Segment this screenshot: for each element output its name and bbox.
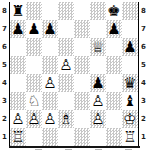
square-h4: ♛	[122, 74, 138, 92]
rank-label: 7	[0, 20, 9, 38]
piece-outline: ♙	[43, 76, 56, 91]
square-h2: ♚♔	[122, 110, 138, 128]
piece-glyph: ♜	[11, 4, 24, 19]
square-f4: ♟	[90, 74, 106, 92]
rank-label: 8	[0, 2, 9, 20]
piece-glyph: ♚	[107, 4, 120, 19]
square-e5	[74, 56, 90, 74]
square-b3: ♞♘	[26, 92, 42, 110]
chess-diagram: 87654321 ♜♚♟♟♟♟♛♕♟♟♙♟♙♟♛♞♘♟♙♝♟♙♟♙♟♙♝♗♟♙♚…	[0, 0, 150, 150]
piece-glyph: ♟	[27, 22, 40, 37]
square-e4	[74, 74, 90, 92]
piece-white-rook: ♜♖	[10, 128, 26, 146]
piece-outline: ♙	[59, 58, 72, 73]
rank-label: 1	[139, 128, 148, 146]
piece-black-pawn: ♟	[106, 20, 122, 38]
rank-label: 4	[139, 74, 148, 92]
square-a6	[10, 38, 26, 56]
piece-black-pawn: ♟	[26, 20, 42, 38]
square-b4	[26, 74, 42, 92]
piece-white-pawn: ♟♙	[90, 92, 106, 110]
square-b7: ♟	[26, 20, 42, 38]
piece-white-knight: ♞♘	[26, 92, 42, 110]
square-g5	[106, 56, 122, 74]
square-h1: ♜♖	[122, 128, 138, 146]
piece-glyph: ♟	[11, 22, 24, 37]
square-d2: ♝♗	[58, 110, 74, 128]
piece-black-pawn: ♟	[42, 20, 58, 38]
square-g1	[106, 128, 122, 146]
square-g6	[106, 38, 122, 56]
square-h6: ♟	[122, 38, 138, 56]
rank-label: 2	[0, 110, 9, 128]
rank-labels-right: 87654321	[139, 2, 148, 146]
piece-outline: ♙	[91, 94, 104, 109]
piece-glyph: ♝	[123, 94, 136, 109]
square-f3: ♟♙	[90, 92, 106, 110]
square-f6: ♛♕	[90, 38, 106, 56]
piece-black-bishop: ♝	[122, 92, 138, 110]
piece-outline: ♔	[123, 112, 136, 127]
rank-label: 6	[0, 38, 9, 56]
piece-outline: ♘	[27, 94, 40, 109]
file-tick	[35, 149, 42, 151]
piece-white-rook: ♜♖	[122, 128, 138, 146]
rank-label: 7	[139, 20, 148, 38]
piece-black-king: ♚	[106, 2, 122, 20]
rank-label: 6	[139, 38, 148, 56]
square-e7	[74, 20, 90, 38]
square-a4	[10, 74, 26, 92]
rank-label: 3	[139, 92, 148, 110]
square-a7: ♟	[10, 20, 26, 38]
square-b2: ♟♙	[26, 110, 42, 128]
piece-glyph: ♟	[43, 22, 56, 37]
square-a1: ♜♖	[10, 128, 26, 146]
file-tick	[125, 149, 132, 151]
square-c5	[42, 56, 58, 74]
piece-white-pawn: ♟♙	[42, 110, 58, 128]
piece-white-pawn: ♟♙	[90, 110, 106, 128]
piece-white-pawn: ♟♙	[42, 74, 58, 92]
square-b1	[26, 128, 42, 146]
square-a2: ♟♙	[10, 110, 26, 128]
square-a8: ♜	[10, 2, 26, 20]
piece-glyph: ♛	[123, 76, 136, 91]
file-tick-marks	[9, 148, 140, 151]
square-e3	[74, 92, 90, 110]
piece-outline: ♖	[11, 130, 24, 145]
piece-black-rook: ♜	[10, 2, 26, 20]
piece-white-pawn: ♟♙	[26, 110, 42, 128]
square-d7	[58, 20, 74, 38]
square-e8	[74, 2, 90, 20]
square-e2	[74, 110, 90, 128]
square-h8	[122, 2, 138, 20]
square-f7	[90, 20, 106, 38]
square-g8: ♚	[106, 2, 122, 20]
square-c4: ♟♙	[42, 74, 58, 92]
chess-board: ♜♚♟♟♟♟♛♕♟♟♙♟♙♟♛♞♘♟♙♝♟♙♟♙♟♙♝♗♟♙♚♔♜♖♜♖	[9, 2, 139, 146]
file-tick	[95, 149, 102, 151]
square-c6	[42, 38, 58, 56]
square-h3: ♝	[122, 92, 138, 110]
square-c2: ♟♙	[42, 110, 58, 128]
square-a3	[10, 92, 26, 110]
piece-outline: ♙	[43, 112, 56, 127]
square-b8	[26, 2, 42, 20]
square-f1	[90, 128, 106, 146]
piece-white-pawn: ♟♙	[58, 56, 74, 74]
square-g3	[106, 92, 122, 110]
piece-outline: ♖	[123, 130, 136, 145]
square-d8	[58, 2, 74, 20]
square-c3	[42, 92, 58, 110]
piece-outline: ♕	[91, 40, 104, 55]
piece-white-queen: ♛♕	[90, 38, 106, 56]
rank-label: 5	[0, 56, 9, 74]
rank-label: 3	[0, 92, 9, 110]
square-b5	[26, 56, 42, 74]
piece-outline: ♙	[11, 112, 24, 127]
piece-white-pawn: ♟♙	[10, 110, 26, 128]
rank-label: 1	[0, 128, 9, 146]
piece-glyph: ♟	[91, 76, 104, 91]
piece-glyph: ♟	[123, 40, 136, 55]
rank-labels-left: 87654321	[0, 2, 9, 146]
square-d3	[58, 92, 74, 110]
square-f5	[90, 56, 106, 74]
square-h5	[122, 56, 138, 74]
square-c7: ♟	[42, 20, 58, 38]
square-g7: ♟	[106, 20, 122, 38]
square-d1	[58, 128, 74, 146]
piece-outline: ♙	[91, 112, 104, 127]
rank-label: 5	[139, 56, 148, 74]
file-tick	[65, 149, 72, 151]
square-c8	[42, 2, 58, 20]
rank-label: 4	[0, 74, 9, 92]
piece-white-king: ♚♔	[122, 110, 138, 128]
square-c1	[42, 128, 58, 146]
square-a5	[10, 56, 26, 74]
square-g2	[106, 110, 122, 128]
piece-black-pawn: ♟	[10, 20, 26, 38]
piece-black-queen: ♛	[122, 74, 138, 92]
rank-label: 8	[139, 2, 148, 20]
square-e1	[74, 128, 90, 146]
piece-black-pawn: ♟	[122, 38, 138, 56]
square-d5: ♟♙	[58, 56, 74, 74]
square-b6	[26, 38, 42, 56]
square-d4	[58, 74, 74, 92]
piece-outline: ♙	[27, 112, 40, 127]
square-g4	[106, 74, 122, 92]
square-f8	[90, 2, 106, 20]
piece-glyph: ♟	[107, 22, 120, 37]
piece-white-bishop: ♝♗	[58, 110, 74, 128]
piece-black-pawn: ♟	[90, 74, 106, 92]
square-e6	[74, 38, 90, 56]
rank-label: 2	[139, 110, 148, 128]
square-h7	[122, 20, 138, 38]
square-f2: ♟♙	[90, 110, 106, 128]
piece-outline: ♗	[59, 112, 72, 127]
square-d6	[58, 38, 74, 56]
